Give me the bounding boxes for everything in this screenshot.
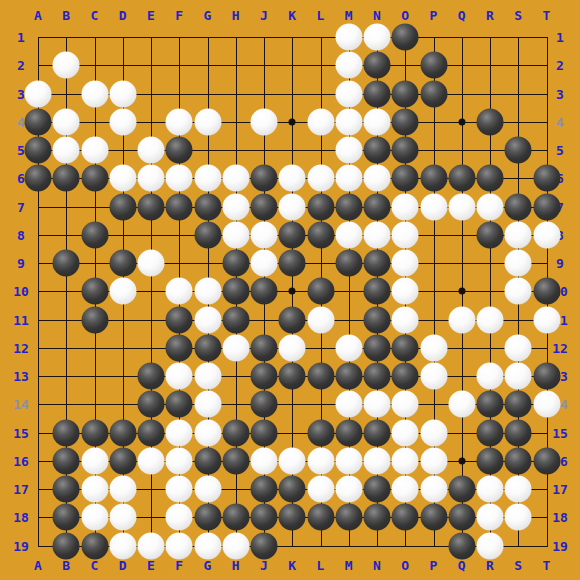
black-stone-L10[interactable]: [307, 278, 334, 305]
black-stone-J15[interactable]: [251, 419, 278, 446]
white-stone-L17[interactable]: [307, 476, 334, 503]
white-stone-E5[interactable]: [138, 137, 165, 164]
row-label-11-left: 11: [13, 313, 29, 326]
black-stone-L18[interactable]: [307, 504, 334, 531]
black-stone-E14[interactable]: [138, 391, 165, 418]
white-stone-Q14[interactable]: [448, 391, 475, 418]
white-stone-Q7[interactable]: [448, 193, 475, 220]
white-stone-O10[interactable]: [392, 278, 419, 305]
black-stone-G8[interactable]: [194, 221, 221, 248]
black-stone-Q17[interactable]: [448, 476, 475, 503]
black-stone-T16[interactable]: [533, 447, 560, 474]
white-stone-G11[interactable]: [194, 306, 221, 333]
white-stone-R11[interactable]: [477, 306, 504, 333]
white-stone-B2[interactable]: [53, 52, 80, 79]
col-label-Q-bottom: Q: [458, 559, 466, 572]
white-stone-N14[interactable]: [364, 391, 391, 418]
black-stone-J7[interactable]: [251, 193, 278, 220]
white-stone-E9[interactable]: [138, 250, 165, 277]
white-stone-J4[interactable]: [251, 108, 278, 135]
black-stone-H15[interactable]: [222, 419, 249, 446]
black-stone-B19[interactable]: [53, 532, 80, 559]
row-label-3-right: 3: [556, 87, 564, 100]
black-stone-N12[interactable]: [364, 334, 391, 361]
white-stone-S8[interactable]: [505, 221, 532, 248]
hoshi-Q4: [458, 118, 465, 125]
white-stone-F10[interactable]: [166, 278, 193, 305]
row-label-14-left: 14: [13, 398, 29, 411]
black-stone-G12[interactable]: [194, 334, 221, 361]
black-stone-N10[interactable]: [364, 278, 391, 305]
row-label-2-right: 2: [556, 59, 564, 72]
col-label-N-bottom: N: [373, 559, 381, 572]
black-stone-O6[interactable]: [392, 165, 419, 192]
row-label-19-left: 19: [13, 539, 29, 552]
col-label-N-top: N: [373, 9, 381, 22]
black-stone-R4[interactable]: [477, 108, 504, 135]
white-stone-S10[interactable]: [505, 278, 532, 305]
col-label-M-bottom: M: [345, 559, 353, 572]
white-stone-T11[interactable]: [533, 306, 560, 333]
black-stone-F11[interactable]: [166, 306, 193, 333]
black-stone-N5[interactable]: [364, 137, 391, 164]
white-stone-R18[interactable]: [477, 504, 504, 531]
row-label-15-left: 15: [13, 426, 29, 439]
white-stone-O15[interactable]: [392, 419, 419, 446]
col-label-G-bottom: G: [204, 559, 212, 572]
white-stone-M2[interactable]: [335, 52, 362, 79]
go-board-screenshot: AABBCCDDEEFFGGHHJJKKLLMMNNOOPPQQRRSSTT11…: [0, 0, 580, 580]
col-label-E-top: E: [147, 9, 155, 22]
white-stone-O17[interactable]: [392, 476, 419, 503]
white-stone-M3[interactable]: [335, 80, 362, 107]
black-stone-D16[interactable]: [109, 447, 136, 474]
white-stone-G4[interactable]: [194, 108, 221, 135]
white-stone-M16[interactable]: [335, 447, 362, 474]
black-stone-O18[interactable]: [392, 504, 419, 531]
black-stone-B15[interactable]: [53, 419, 80, 446]
white-stone-G10[interactable]: [194, 278, 221, 305]
white-stone-O9[interactable]: [392, 250, 419, 277]
white-stone-H12[interactable]: [222, 334, 249, 361]
white-stone-P7[interactable]: [420, 193, 447, 220]
white-stone-R13[interactable]: [477, 363, 504, 390]
black-stone-L8[interactable]: [307, 221, 334, 248]
black-stone-B18[interactable]: [53, 504, 80, 531]
black-stone-T13[interactable]: [533, 363, 560, 390]
white-stone-J8[interactable]: [251, 221, 278, 248]
black-stone-R15[interactable]: [477, 419, 504, 446]
black-stone-M18[interactable]: [335, 504, 362, 531]
black-stone-J12[interactable]: [251, 334, 278, 361]
white-stone-N6[interactable]: [364, 165, 391, 192]
row-label-12-right: 12: [552, 341, 568, 354]
white-stone-J9[interactable]: [251, 250, 278, 277]
black-stone-J17[interactable]: [251, 476, 278, 503]
row-label-9-left: 9: [17, 257, 25, 270]
row-label-18-right: 18: [552, 511, 568, 524]
col-label-C-bottom: C: [91, 559, 99, 572]
black-stone-E15[interactable]: [138, 419, 165, 446]
black-stone-B9[interactable]: [53, 250, 80, 277]
white-stone-C18[interactable]: [81, 504, 108, 531]
black-stone-N15[interactable]: [364, 419, 391, 446]
black-stone-C8[interactable]: [81, 221, 108, 248]
white-stone-S18[interactable]: [505, 504, 532, 531]
col-label-F-top: F: [175, 9, 183, 22]
black-stone-M13[interactable]: [335, 363, 362, 390]
black-stone-M7[interactable]: [335, 193, 362, 220]
col-label-B-top: B: [62, 9, 70, 22]
white-stone-G14[interactable]: [194, 391, 221, 418]
col-label-A-bottom: A: [34, 559, 42, 572]
row-label-1-right: 1: [556, 31, 564, 44]
white-stone-M14[interactable]: [335, 391, 362, 418]
black-stone-L13[interactable]: [307, 363, 334, 390]
white-stone-E19[interactable]: [138, 532, 165, 559]
white-stone-M5[interactable]: [335, 137, 362, 164]
hoshi-Q10: [458, 288, 465, 295]
black-stone-F14[interactable]: [166, 391, 193, 418]
row-label-17-right: 17: [552, 483, 568, 496]
white-stone-S12[interactable]: [505, 334, 532, 361]
col-label-O-bottom: O: [401, 559, 409, 572]
white-stone-F4[interactable]: [166, 108, 193, 135]
black-stone-C11[interactable]: [81, 306, 108, 333]
black-stone-C19[interactable]: [81, 532, 108, 559]
black-stone-N11[interactable]: [364, 306, 391, 333]
black-stone-R8[interactable]: [477, 221, 504, 248]
col-label-K-bottom: K: [288, 559, 296, 572]
col-label-D-bottom: D: [119, 559, 127, 572]
white-stone-E6[interactable]: [138, 165, 165, 192]
white-stone-T8[interactable]: [533, 221, 560, 248]
col-label-H-top: H: [232, 9, 240, 22]
white-stone-M17[interactable]: [335, 476, 362, 503]
col-label-E-bottom: E: [147, 559, 155, 572]
col-label-R-bottom: R: [486, 559, 494, 572]
white-stone-L6[interactable]: [307, 165, 334, 192]
black-stone-J14[interactable]: [251, 391, 278, 418]
black-stone-N13[interactable]: [364, 363, 391, 390]
black-stone-C6[interactable]: [81, 165, 108, 192]
black-stone-T7[interactable]: [533, 193, 560, 220]
row-label-13-left: 13: [13, 370, 29, 383]
black-stone-E13[interactable]: [138, 363, 165, 390]
white-stone-N8[interactable]: [364, 221, 391, 248]
white-stone-Q11[interactable]: [448, 306, 475, 333]
black-stone-K17[interactable]: [279, 476, 306, 503]
black-stone-H9[interactable]: [222, 250, 249, 277]
black-stone-F7[interactable]: [166, 193, 193, 220]
white-stone-F18[interactable]: [166, 504, 193, 531]
white-stone-F16[interactable]: [166, 447, 193, 474]
black-stone-C15[interactable]: [81, 419, 108, 446]
black-stone-O4[interactable]: [392, 108, 419, 135]
col-label-S-bottom: S: [514, 559, 522, 572]
white-stone-O7[interactable]: [392, 193, 419, 220]
white-stone-D19[interactable]: [109, 532, 136, 559]
col-label-T-bottom: T: [543, 559, 551, 572]
black-stone-S7[interactable]: [505, 193, 532, 220]
black-stone-S16[interactable]: [505, 447, 532, 474]
col-label-O-top: O: [401, 9, 409, 22]
black-stone-B17[interactable]: [53, 476, 80, 503]
col-label-C-top: C: [91, 9, 99, 22]
white-stone-L4[interactable]: [307, 108, 334, 135]
row-label-18-left: 18: [13, 511, 29, 524]
white-stone-C5[interactable]: [81, 137, 108, 164]
black-stone-N2[interactable]: [364, 52, 391, 79]
white-stone-M12[interactable]: [335, 334, 362, 361]
white-stone-H19[interactable]: [222, 532, 249, 559]
black-stone-G16[interactable]: [194, 447, 221, 474]
black-stone-K11[interactable]: [279, 306, 306, 333]
white-stone-H7[interactable]: [222, 193, 249, 220]
row-label-12-left: 12: [13, 341, 29, 354]
row-label-16-left: 16: [13, 454, 29, 467]
white-stone-M1[interactable]: [335, 24, 362, 51]
hoshi-K10: [289, 288, 296, 295]
white-stone-P16[interactable]: [420, 447, 447, 474]
white-stone-F19[interactable]: [166, 532, 193, 559]
col-label-R-top: R: [486, 9, 494, 22]
black-stone-Q6[interactable]: [448, 165, 475, 192]
white-stone-G17[interactable]: [194, 476, 221, 503]
white-stone-M4[interactable]: [335, 108, 362, 135]
white-stone-D6[interactable]: [109, 165, 136, 192]
black-stone-N18[interactable]: [364, 504, 391, 531]
white-stone-F6[interactable]: [166, 165, 193, 192]
white-stone-O14[interactable]: [392, 391, 419, 418]
col-label-Q-top: Q: [458, 9, 466, 22]
black-stone-R16[interactable]: [477, 447, 504, 474]
black-stone-B16[interactable]: [53, 447, 80, 474]
black-stone-G18[interactable]: [194, 504, 221, 531]
row-label-8-left: 8: [17, 228, 25, 241]
black-stone-K18[interactable]: [279, 504, 306, 531]
black-stone-S5[interactable]: [505, 137, 532, 164]
white-stone-O11[interactable]: [392, 306, 419, 333]
col-label-P-bottom: P: [430, 559, 438, 572]
black-stone-K13[interactable]: [279, 363, 306, 390]
white-stone-S13[interactable]: [505, 363, 532, 390]
col-label-M-top: M: [345, 9, 353, 22]
white-stone-G13[interactable]: [194, 363, 221, 390]
row-label-2-left: 2: [17, 59, 25, 72]
col-label-L-top: L: [317, 9, 325, 22]
col-label-P-top: P: [430, 9, 438, 22]
black-stone-T10[interactable]: [533, 278, 560, 305]
white-stone-K7[interactable]: [279, 193, 306, 220]
black-stone-O1[interactable]: [392, 24, 419, 51]
row-label-9-right: 9: [556, 257, 564, 270]
black-stone-P3[interactable]: [420, 80, 447, 107]
black-stone-P6[interactable]: [420, 165, 447, 192]
black-stone-Q18[interactable]: [448, 504, 475, 531]
row-label-15-right: 15: [552, 426, 568, 439]
hoshi-K4: [289, 118, 296, 125]
black-stone-H10[interactable]: [222, 278, 249, 305]
row-label-5-right: 5: [556, 144, 564, 157]
black-stone-J6[interactable]: [251, 165, 278, 192]
white-stone-L11[interactable]: [307, 306, 334, 333]
white-stone-D18[interactable]: [109, 504, 136, 531]
white-stone-R7[interactable]: [477, 193, 504, 220]
black-stone-E7[interactable]: [138, 193, 165, 220]
black-stone-N3[interactable]: [364, 80, 391, 107]
white-stone-D10[interactable]: [109, 278, 136, 305]
white-stone-K12[interactable]: [279, 334, 306, 361]
white-stone-H6[interactable]: [222, 165, 249, 192]
white-stone-O8[interactable]: [392, 221, 419, 248]
col-label-K-top: K: [288, 9, 296, 22]
black-stone-T6[interactable]: [533, 165, 560, 192]
black-stone-J10[interactable]: [251, 278, 278, 305]
black-stone-O13[interactable]: [392, 363, 419, 390]
black-stone-N7[interactable]: [364, 193, 391, 220]
black-stone-D15[interactable]: [109, 419, 136, 446]
white-stone-D3[interactable]: [109, 80, 136, 107]
black-stone-Q19[interactable]: [448, 532, 475, 559]
white-stone-B4[interactable]: [53, 108, 80, 135]
col-label-F-bottom: F: [175, 559, 183, 572]
row-label-4-right: 4: [556, 115, 564, 128]
black-stone-D9[interactable]: [109, 250, 136, 277]
black-stone-J18[interactable]: [251, 504, 278, 531]
black-stone-N9[interactable]: [364, 250, 391, 277]
black-stone-S14[interactable]: [505, 391, 532, 418]
black-stone-S15[interactable]: [505, 419, 532, 446]
white-stone-P15[interactable]: [420, 419, 447, 446]
white-stone-G6[interactable]: [194, 165, 221, 192]
black-stone-P18[interactable]: [420, 504, 447, 531]
white-stone-S9[interactable]: [505, 250, 532, 277]
white-stone-J16[interactable]: [251, 447, 278, 474]
row-label-17-left: 17: [13, 483, 29, 496]
black-stone-M9[interactable]: [335, 250, 362, 277]
white-stone-G19[interactable]: [194, 532, 221, 559]
white-stone-O16[interactable]: [392, 447, 419, 474]
white-stone-C16[interactable]: [81, 447, 108, 474]
white-stone-L16[interactable]: [307, 447, 334, 474]
white-stone-S17[interactable]: [505, 476, 532, 503]
black-stone-J19[interactable]: [251, 532, 278, 559]
black-stone-F12[interactable]: [166, 334, 193, 361]
white-stone-N16[interactable]: [364, 447, 391, 474]
col-label-J-bottom: J: [260, 559, 268, 572]
white-stone-N1[interactable]: [364, 24, 391, 51]
row-label-19-right: 19: [552, 539, 568, 552]
black-stone-A5[interactable]: [25, 137, 52, 164]
row-label-1-left: 1: [17, 31, 25, 44]
white-stone-H8[interactable]: [222, 221, 249, 248]
black-stone-R6[interactable]: [477, 165, 504, 192]
white-stone-G15[interactable]: [194, 419, 221, 446]
row-label-10-left: 10: [13, 285, 29, 298]
black-stone-L15[interactable]: [307, 419, 334, 446]
black-stone-B6[interactable]: [53, 165, 80, 192]
black-stone-P2[interactable]: [420, 52, 447, 79]
black-stone-F5[interactable]: [166, 137, 193, 164]
white-stone-B5[interactable]: [53, 137, 80, 164]
black-stone-C10[interactable]: [81, 278, 108, 305]
white-stone-K16[interactable]: [279, 447, 306, 474]
black-stone-A6[interactable]: [25, 165, 52, 192]
white-stone-D4[interactable]: [109, 108, 136, 135]
black-stone-O12[interactable]: [392, 334, 419, 361]
white-stone-D17[interactable]: [109, 476, 136, 503]
white-stone-C3[interactable]: [81, 80, 108, 107]
col-label-A-top: A: [34, 9, 42, 22]
col-label-G-top: G: [204, 9, 212, 22]
white-stone-C17[interactable]: [81, 476, 108, 503]
white-stone-M8[interactable]: [335, 221, 362, 248]
white-stone-K6[interactable]: [279, 165, 306, 192]
black-stone-M15[interactable]: [335, 419, 362, 446]
black-stone-J13[interactable]: [251, 363, 278, 390]
white-stone-F17[interactable]: [166, 476, 193, 503]
black-stone-R14[interactable]: [477, 391, 504, 418]
white-stone-N4[interactable]: [364, 108, 391, 135]
black-stone-G7[interactable]: [194, 193, 221, 220]
black-stone-D7[interactable]: [109, 193, 136, 220]
col-label-S-top: S: [514, 9, 522, 22]
col-label-D-top: D: [119, 9, 127, 22]
white-stone-F13[interactable]: [166, 363, 193, 390]
white-stone-R17[interactable]: [477, 476, 504, 503]
black-stone-N17[interactable]: [364, 476, 391, 503]
col-label-H-bottom: H: [232, 559, 240, 572]
col-label-B-bottom: B: [62, 559, 70, 572]
col-label-T-top: T: [543, 9, 551, 22]
white-stone-P13[interactable]: [420, 363, 447, 390]
col-label-J-top: J: [260, 9, 268, 22]
white-stone-P17[interactable]: [420, 476, 447, 503]
white-stone-P12[interactable]: [420, 334, 447, 361]
white-stone-F15[interactable]: [166, 419, 193, 446]
black-stone-L7[interactable]: [307, 193, 334, 220]
black-stone-O3[interactable]: [392, 80, 419, 107]
black-stone-K8[interactable]: [279, 221, 306, 248]
hoshi-Q16: [458, 457, 465, 464]
black-stone-A4[interactable]: [25, 108, 52, 135]
black-stone-H11[interactable]: [222, 306, 249, 333]
row-label-7-left: 7: [17, 200, 25, 213]
white-stone-E16[interactable]: [138, 447, 165, 474]
white-stone-A3[interactable]: [25, 80, 52, 107]
black-stone-H18[interactable]: [222, 504, 249, 531]
black-stone-O5[interactable]: [392, 137, 419, 164]
white-stone-M6[interactable]: [335, 165, 362, 192]
white-stone-R19[interactable]: [477, 532, 504, 559]
black-stone-H16[interactable]: [222, 447, 249, 474]
col-label-L-bottom: L: [317, 559, 325, 572]
black-stone-K9[interactable]: [279, 250, 306, 277]
white-stone-T14[interactable]: [533, 391, 560, 418]
